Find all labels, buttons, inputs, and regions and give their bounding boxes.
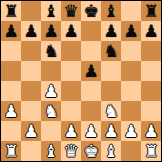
square-a3[interactable]: ♟ — [1, 101, 21, 121]
square-f5[interactable] — [101, 61, 121, 81]
piece-white-pawn[interactable]: ♟ — [23, 121, 38, 141]
square-f2[interactable]: ♟ — [101, 121, 121, 141]
square-a6[interactable] — [1, 41, 21, 61]
piece-white-pawn[interactable]: ♟ — [63, 121, 78, 141]
piece-white-rook[interactable]: ♜ — [3, 141, 18, 161]
square-f6[interactable]: ♞ — [101, 41, 121, 61]
square-d6[interactable] — [61, 41, 81, 61]
square-h7[interactable]: ♟ — [141, 21, 161, 41]
square-g5[interactable] — [121, 61, 141, 81]
square-f7[interactable]: ♟ — [101, 21, 121, 41]
square-c8[interactable]: ♝ — [41, 1, 61, 21]
piece-black-rook[interactable]: ♜ — [143, 1, 158, 21]
square-d7[interactable]: ♟ — [61, 21, 81, 41]
piece-black-pawn[interactable]: ♟ — [23, 21, 38, 41]
square-c4[interactable]: ♟ — [41, 81, 61, 101]
square-c2[interactable] — [41, 121, 61, 141]
piece-black-queen[interactable]: ♛ — [63, 1, 78, 21]
square-h5[interactable] — [141, 61, 161, 81]
square-g4[interactable] — [121, 81, 141, 101]
piece-black-bishop[interactable]: ♝ — [43, 1, 58, 21]
square-b8[interactable] — [21, 1, 41, 21]
square-b1[interactable] — [21, 141, 41, 161]
piece-white-pawn[interactable]: ♟ — [103, 121, 118, 141]
square-c1[interactable]: ♝ — [41, 141, 61, 161]
piece-black-pawn[interactable]: ♟ — [123, 21, 138, 41]
piece-white-pawn[interactable]: ♟ — [43, 81, 58, 101]
square-h4[interactable] — [141, 81, 161, 101]
square-b4[interactable] — [21, 81, 41, 101]
square-f4[interactable] — [101, 81, 121, 101]
piece-black-bishop[interactable]: ♝ — [103, 1, 118, 21]
square-d2[interactable]: ♟ — [61, 121, 81, 141]
square-b6[interactable] — [21, 41, 41, 61]
piece-white-pawn[interactable]: ♟ — [3, 101, 18, 121]
piece-white-bishop[interactable]: ♝ — [43, 141, 58, 161]
piece-white-pawn[interactable]: ♟ — [83, 121, 98, 141]
square-a5[interactable] — [1, 61, 21, 81]
piece-black-pawn[interactable]: ♟ — [143, 21, 158, 41]
square-b5[interactable] — [21, 61, 41, 81]
square-h6[interactable] — [141, 41, 161, 61]
square-a1[interactable]: ♜ — [1, 141, 21, 161]
square-g2[interactable]: ♟ — [121, 121, 141, 141]
square-d3[interactable] — [61, 101, 81, 121]
square-a8[interactable]: ♜ — [1, 1, 21, 21]
square-g1[interactable] — [121, 141, 141, 161]
piece-white-queen[interactable]: ♛ — [63, 141, 78, 161]
piece-white-king[interactable]: ♚ — [83, 141, 98, 161]
square-e6[interactable] — [81, 41, 101, 61]
square-e1[interactable]: ♚ — [81, 141, 101, 161]
piece-white-pawn[interactable]: ♟ — [123, 121, 138, 141]
square-c5[interactable] — [41, 61, 61, 81]
piece-black-knight[interactable]: ♞ — [43, 41, 58, 61]
square-d5[interactable] — [61, 61, 81, 81]
square-h1[interactable]: ♜ — [141, 141, 161, 161]
square-c6[interactable]: ♞ — [41, 41, 61, 61]
piece-black-rook[interactable]: ♜ — [3, 1, 18, 21]
piece-black-pawn[interactable]: ♟ — [83, 61, 98, 81]
square-g8[interactable] — [121, 1, 141, 21]
square-a7[interactable]: ♟ — [1, 21, 21, 41]
square-h2[interactable]: ♟ — [141, 121, 161, 141]
square-f8[interactable]: ♝ — [101, 1, 121, 21]
piece-black-pawn[interactable]: ♟ — [43, 21, 58, 41]
piece-white-rook[interactable]: ♜ — [143, 141, 158, 161]
piece-black-knight[interactable]: ♞ — [103, 41, 118, 61]
square-b7[interactable]: ♟ — [21, 21, 41, 41]
square-e3[interactable] — [81, 101, 101, 121]
piece-white-knight[interactable]: ♞ — [103, 101, 118, 121]
square-h8[interactable]: ♜ — [141, 1, 161, 21]
piece-black-pawn[interactable]: ♟ — [63, 21, 78, 41]
square-e2[interactable]: ♟ — [81, 121, 101, 141]
square-c3[interactable]: ♞ — [41, 101, 61, 121]
square-e8[interactable]: ♚ — [81, 1, 101, 21]
square-g3[interactable] — [121, 101, 141, 121]
piece-black-king[interactable]: ♚ — [83, 1, 98, 21]
square-g6[interactable] — [121, 41, 141, 61]
square-f1[interactable]: ♝ — [101, 141, 121, 161]
square-c7[interactable]: ♟ — [41, 21, 61, 41]
square-h3[interactable] — [141, 101, 161, 121]
square-d8[interactable]: ♛ — [61, 1, 81, 21]
piece-black-pawn[interactable]: ♟ — [3, 21, 18, 41]
square-d1[interactable]: ♛ — [61, 141, 81, 161]
square-f3[interactable]: ♞ — [101, 101, 121, 121]
square-e4[interactable] — [81, 81, 101, 101]
square-g7[interactable]: ♟ — [121, 21, 141, 41]
piece-white-bishop[interactable]: ♝ — [103, 141, 118, 161]
square-b3[interactable] — [21, 101, 41, 121]
square-e7[interactable] — [81, 21, 101, 41]
piece-white-knight[interactable]: ♞ — [43, 101, 58, 121]
square-a2[interactable] — [1, 121, 21, 141]
square-d4[interactable] — [61, 81, 81, 101]
square-a4[interactable] — [1, 81, 21, 101]
piece-white-pawn[interactable]: ♟ — [143, 121, 158, 141]
chess-board: ♜♝♛♚♝♜♟♟♟♟♟♟♟♞♞♟♟♟♞♞♟♟♟♟♟♟♜♝♛♚♝♜ — [0, 0, 162, 162]
square-e5[interactable]: ♟ — [81, 61, 101, 81]
square-b2[interactable]: ♟ — [21, 121, 41, 141]
piece-black-pawn[interactable]: ♟ — [103, 21, 118, 41]
chess-board-grid: ♜♝♛♚♝♜♟♟♟♟♟♟♟♞♞♟♟♟♞♞♟♟♟♟♟♟♜♝♛♚♝♜ — [1, 1, 161, 161]
